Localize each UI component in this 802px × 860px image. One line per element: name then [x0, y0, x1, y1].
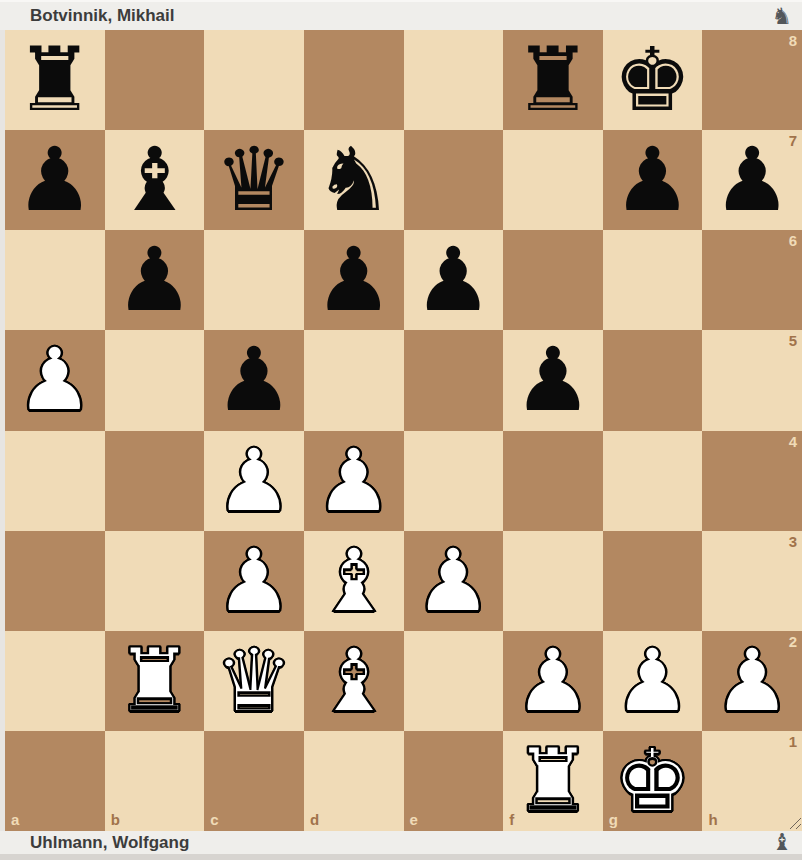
square-d8[interactable]: [304, 30, 404, 130]
square-c4[interactable]: ♟: [204, 431, 304, 531]
piece-white-king[interactable]: ♚: [613, 737, 692, 825]
square-f2[interactable]: ♟: [503, 631, 603, 731]
square-c1[interactable]: c: [204, 731, 304, 831]
piece-white-pawn[interactable]: ♟: [15, 336, 94, 424]
square-e7[interactable]: [404, 130, 504, 230]
coordinate-file-label: b: [111, 812, 120, 827]
square-b4[interactable]: [105, 431, 205, 531]
square-f7[interactable]: [503, 130, 603, 230]
square-d7[interactable]: ♞: [304, 130, 404, 230]
coordinate-file-label: c: [210, 812, 218, 827]
piece-white-queen[interactable]: ♛: [215, 637, 294, 725]
square-b2[interactable]: ♜: [105, 631, 205, 731]
piece-black-pawn[interactable]: ♟: [414, 236, 493, 324]
square-f1[interactable]: ♜f: [503, 731, 603, 831]
piece-white-pawn[interactable]: ♟: [314, 437, 393, 525]
coordinate-rank-label: 5: [789, 333, 797, 348]
piece-black-pawn[interactable]: ♟: [115, 236, 194, 324]
square-h4[interactable]: 4: [702, 431, 802, 531]
square-f5[interactable]: ♟: [503, 330, 603, 430]
coordinate-file-label: d: [310, 812, 319, 827]
chess-board[interactable]: ♜♜♚8♟♝♛♞♟♟7♟♟♟6♟♟♟5♟♟4♟♝♟3♜♛♝♟♟♟2abcde♜f…: [5, 30, 802, 831]
square-c5[interactable]: ♟: [204, 330, 304, 430]
square-a4[interactable]: [5, 431, 105, 531]
square-a8[interactable]: ♜: [5, 30, 105, 130]
piece-black-knight[interactable]: ♞: [314, 136, 393, 224]
piece-black-pawn[interactable]: ♟: [215, 336, 294, 424]
piece-black-king[interactable]: ♚: [613, 36, 692, 124]
piece-black-pawn[interactable]: ♟: [15, 136, 94, 224]
square-b5[interactable]: [105, 330, 205, 430]
piece-black-pawn[interactable]: ♟: [613, 136, 692, 224]
piece-black-pawn[interactable]: ♟: [513, 336, 592, 424]
bishop-icon: ♝: [771, 831, 792, 854]
square-g3[interactable]: [603, 531, 703, 631]
coordinate-rank-label: 1: [789, 734, 797, 749]
square-h6[interactable]: 6: [702, 230, 802, 330]
coordinate-rank-label: 7: [789, 133, 797, 148]
square-h2[interactable]: ♟2: [702, 631, 802, 731]
square-b7[interactable]: ♝: [105, 130, 205, 230]
square-f8[interactable]: ♜: [503, 30, 603, 130]
square-g4[interactable]: [603, 431, 703, 531]
piece-white-bishop[interactable]: ♝: [314, 537, 393, 625]
square-b1[interactable]: b: [105, 731, 205, 831]
square-h7[interactable]: ♟7: [702, 130, 802, 230]
piece-white-rook[interactable]: ♜: [115, 637, 194, 725]
coordinate-rank-label: 8: [789, 33, 797, 48]
piece-black-queen[interactable]: ♛: [215, 136, 294, 224]
coordinate-file-label: g: [609, 812, 618, 827]
square-f6[interactable]: [503, 230, 603, 330]
piece-white-pawn[interactable]: ♟: [215, 537, 294, 625]
square-b6[interactable]: ♟: [105, 230, 205, 330]
square-a7[interactable]: ♟: [5, 130, 105, 230]
square-h8[interactable]: 8: [702, 30, 802, 130]
square-a3[interactable]: [5, 531, 105, 631]
top-player-name: Botvinnik, Mikhail: [0, 6, 771, 26]
piece-black-rook[interactable]: ♜: [15, 36, 94, 124]
square-a2[interactable]: [5, 631, 105, 731]
square-e3[interactable]: ♟: [404, 531, 504, 631]
square-e1[interactable]: e: [404, 731, 504, 831]
piece-black-pawn[interactable]: ♟: [314, 236, 393, 324]
square-c3[interactable]: ♟: [204, 531, 304, 631]
coordinate-file-label: h: [708, 812, 717, 827]
square-g6[interactable]: [603, 230, 703, 330]
square-a1[interactable]: a: [5, 731, 105, 831]
square-g8[interactable]: ♚: [603, 30, 703, 130]
square-d2[interactable]: ♝: [304, 631, 404, 731]
square-g5[interactable]: [603, 330, 703, 430]
square-c8[interactable]: [204, 30, 304, 130]
piece-black-rook[interactable]: ♜: [513, 36, 592, 124]
piece-white-pawn[interactable]: ♟: [215, 437, 294, 525]
coordinate-file-label: e: [410, 812, 418, 827]
piece-black-bishop[interactable]: ♝: [115, 136, 194, 224]
square-e4[interactable]: [404, 431, 504, 531]
square-e5[interactable]: [404, 330, 504, 430]
chess-diagram-widget: Botvinnik, Mikhail ♞ ♜♜♚8♟♝♛♞♟♟7♟♟♟6♟♟♟5…: [0, 0, 802, 860]
square-a6[interactable]: [5, 230, 105, 330]
coordinate-rank-label: 4: [789, 434, 797, 449]
square-h1[interactable]: 1h: [702, 731, 802, 831]
piece-white-bishop[interactable]: ♝: [314, 637, 393, 725]
square-a5[interactable]: ♟: [5, 330, 105, 430]
square-d5[interactable]: [304, 330, 404, 430]
bottom-player-bar: Uhlmann, Wolfgang ♝: [0, 831, 802, 860]
piece-white-pawn[interactable]: ♟: [613, 637, 692, 725]
piece-white-rook[interactable]: ♜: [513, 737, 592, 825]
top-player-bar: Botvinnik, Mikhail ♞: [0, 0, 802, 30]
square-g1[interactable]: ♚g: [603, 731, 703, 831]
square-g7[interactable]: ♟: [603, 130, 703, 230]
piece-white-pawn[interactable]: ♟: [713, 637, 792, 725]
square-b3[interactable]: [105, 531, 205, 631]
coordinate-file-label: a: [11, 812, 19, 827]
square-g2[interactable]: ♟: [603, 631, 703, 731]
coordinate-rank-label: 3: [789, 534, 797, 549]
square-d1[interactable]: d: [304, 731, 404, 831]
coordinate-rank-label: 6: [789, 233, 797, 248]
square-c7[interactable]: ♛: [204, 130, 304, 230]
piece-black-pawn[interactable]: ♟: [713, 136, 792, 224]
knight-icon: ♞: [771, 5, 792, 28]
bottom-player-name: Uhlmann, Wolfgang: [0, 833, 771, 853]
square-f4[interactable]: [503, 431, 603, 531]
square-e8[interactable]: [404, 30, 504, 130]
square-c2[interactable]: ♛: [204, 631, 304, 731]
square-b8[interactable]: [105, 30, 205, 130]
square-c6[interactable]: [204, 230, 304, 330]
square-d6[interactable]: ♟: [304, 230, 404, 330]
square-e6[interactable]: ♟: [404, 230, 504, 330]
square-d3[interactable]: ♝: [304, 531, 404, 631]
square-d4[interactable]: ♟: [304, 431, 404, 531]
piece-white-pawn[interactable]: ♟: [513, 637, 592, 725]
square-h5[interactable]: 5: [702, 330, 802, 430]
piece-white-pawn[interactable]: ♟: [414, 537, 493, 625]
coordinate-file-label: f: [509, 812, 514, 827]
square-f3[interactable]: [503, 531, 603, 631]
coordinate-rank-label: 2: [789, 634, 797, 649]
square-e2[interactable]: [404, 631, 504, 731]
square-h3[interactable]: 3: [702, 531, 802, 631]
